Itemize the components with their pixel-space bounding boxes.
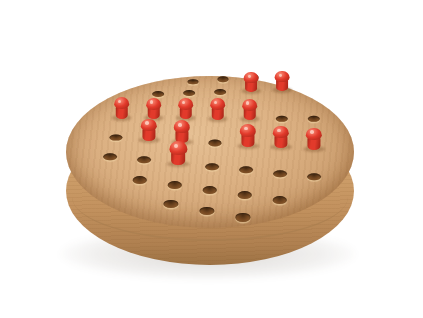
- peg-e3[interactable]: [242, 99, 258, 120]
- hole-d4[interactable]: [208, 140, 221, 147]
- peg-cap: [174, 120, 190, 133]
- hole-c2[interactable]: [183, 90, 195, 96]
- peg-a3[interactable]: [114, 97, 130, 118]
- hole-c1[interactable]: [187, 79, 198, 85]
- peg-cap: [178, 98, 194, 110]
- peg-d3[interactable]: [210, 98, 226, 119]
- peg-cap: [275, 71, 290, 82]
- peg-cap: [242, 99, 258, 111]
- peg-specular-highlight: [310, 130, 314, 134]
- peg-cap: [146, 98, 162, 110]
- hole-c6[interactable]: [168, 181, 183, 189]
- peg-specular-highlight: [277, 129, 281, 133]
- hole-b6[interactable]: [133, 176, 148, 184]
- hole-a4[interactable]: [109, 134, 122, 141]
- peg-b4[interactable]: [141, 119, 157, 142]
- peg-c3[interactable]: [178, 98, 194, 119]
- peg-cap: [141, 119, 157, 132]
- peg-cap: [170, 141, 187, 154]
- peg-c4[interactable]: [174, 120, 190, 143]
- peg-specular-highlight: [150, 100, 153, 103]
- peg-cap: [306, 128, 322, 141]
- photo-stage: [0, 0, 423, 318]
- peg-specular-highlight: [246, 101, 249, 104]
- peg-b3[interactable]: [146, 98, 162, 119]
- peg-g4[interactable]: [306, 128, 322, 151]
- hole-d6[interactable]: [203, 186, 218, 194]
- peg-f4[interactable]: [273, 126, 289, 149]
- peg-f2[interactable]: [275, 71, 290, 91]
- hole-d1[interactable]: [217, 77, 228, 83]
- peg-cap: [210, 98, 226, 110]
- peg-specular-highlight: [145, 121, 149, 125]
- peg-c5[interactable]: [170, 141, 187, 165]
- peg-specular-highlight: [178, 123, 182, 127]
- peg-cap: [244, 72, 259, 83]
- peg-specular-highlight: [248, 75, 251, 78]
- hole-f6[interactable]: [273, 196, 288, 204]
- peg-cap: [240, 124, 256, 137]
- peg-cap: [273, 126, 289, 139]
- peg-e4[interactable]: [240, 124, 256, 147]
- peg-specular-highlight: [279, 74, 282, 77]
- peg-specular-highlight: [244, 127, 248, 131]
- peg-e2[interactable]: [244, 72, 259, 92]
- hole-b2[interactable]: [152, 91, 164, 97]
- peg-cap: [114, 97, 130, 109]
- hole-e6[interactable]: [238, 191, 253, 199]
- hole-d2[interactable]: [214, 89, 226, 95]
